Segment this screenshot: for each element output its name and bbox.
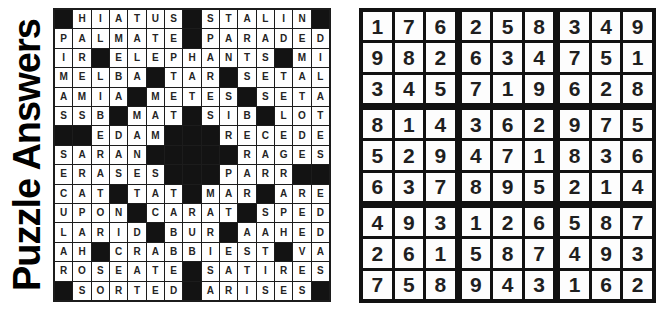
sudoku-cell: 3 — [462, 110, 491, 138]
crossword-letter-cell: R — [238, 146, 255, 164]
crossword-letter-cell: B — [165, 243, 182, 261]
crossword-letter-cell: T — [128, 10, 145, 28]
crossword-letter-cell: I — [202, 243, 219, 261]
crossword-letter-cell: B — [183, 243, 200, 261]
crossword-letter-cell: T — [165, 68, 182, 86]
crossword-block-cell — [165, 126, 182, 144]
sudoku-cell: 5 — [363, 141, 392, 169]
crossword-letter-cell: R — [92, 223, 109, 241]
crossword-letter-cell: R — [73, 49, 90, 67]
crossword-letter-cell: A — [128, 68, 145, 86]
crossword-block-cell — [183, 29, 200, 47]
crossword-letter-cell: S — [312, 146, 329, 164]
crossword-letter-cell: S — [92, 262, 109, 280]
crossword-letter-cell: A — [257, 29, 274, 47]
sudoku-cell: 6 — [592, 271, 621, 299]
crossword-letter-cell: T — [220, 204, 237, 222]
puzzle-answers-page: Puzzle Answers HIATUSSTALINPALMATEPARADE… — [0, 0, 662, 310]
sudoku-cell: 5 — [395, 271, 424, 299]
sudoku-cell: 6 — [525, 208, 554, 236]
crossword-letter-cell: G — [275, 146, 292, 164]
crossword-letter-cell: A — [202, 49, 219, 67]
crossword-letter-cell: A — [110, 88, 127, 106]
crossword-letter-cell: S — [73, 282, 90, 300]
crossword-letter-cell: A — [202, 204, 219, 222]
sudoku-cell: 8 — [525, 12, 554, 40]
crossword-letter-cell: O — [92, 282, 109, 300]
crossword-letter-cell: L — [92, 29, 109, 47]
crossword-letter-cell: N — [293, 10, 310, 28]
sudoku-box: 176982345 — [363, 12, 455, 103]
crossword-letter-cell: D — [165, 282, 182, 300]
crossword-letter-cell: S — [257, 88, 274, 106]
sudoku-cell: 1 — [462, 208, 491, 236]
crossword-letter-cell: S — [73, 107, 90, 125]
sudoku-cell: 3 — [525, 271, 554, 299]
crossword-letter-cell: T — [165, 107, 182, 125]
crossword-block-cell — [257, 107, 274, 125]
crossword-letter-cell: R — [238, 29, 255, 47]
crossword-letter-cell: S — [202, 107, 219, 125]
crossword-letter-cell: A — [55, 243, 72, 261]
crossword-letter-cell: R — [202, 68, 219, 86]
crossword-letter-cell: E — [293, 262, 310, 280]
sudoku-cell: 8 — [623, 75, 652, 103]
crossword-letter-cell: T — [293, 88, 310, 106]
crossword-block-cell — [92, 243, 109, 261]
crossword-letter-cell: U — [147, 10, 164, 28]
sudoku-cell: 3 — [493, 43, 522, 71]
crossword-letter-cell: E — [293, 29, 310, 47]
crossword-letter-cell: H — [183, 49, 200, 67]
sudoku-cell: 1 — [363, 12, 392, 40]
crossword-letter-cell: D — [312, 204, 329, 222]
sudoku-cell: 9 — [462, 271, 491, 299]
sudoku-cell: 4 — [363, 208, 392, 236]
crossword-block-cell — [220, 146, 237, 164]
sudoku-cell: 9 — [623, 12, 652, 40]
crossword-block-cell — [147, 68, 164, 86]
crossword-block-cell — [183, 282, 200, 300]
crossword-letter-cell: B — [238, 107, 255, 125]
sudoku-cell: 7 — [363, 271, 392, 299]
crossword-block-cell — [202, 146, 219, 164]
crossword-block-cell — [183, 107, 200, 125]
crossword-letter-cell: E — [73, 68, 90, 86]
crossword-letter-cell: P — [55, 29, 72, 47]
sudoku-cell: 2 — [462, 12, 491, 40]
crossword-letter-cell: R — [238, 185, 255, 203]
sudoku-cell: 9 — [426, 141, 455, 169]
crossword-letter-cell: U — [55, 204, 72, 222]
sudoku-cell: 7 — [592, 110, 621, 138]
crossword-letter-cell: M — [147, 88, 164, 106]
crossword-letter-cell: R — [220, 282, 237, 300]
sudoku-cell: 4 — [493, 271, 522, 299]
crossword-letter-cell: A — [202, 282, 219, 300]
crossword-letter-cell: S — [55, 146, 72, 164]
crossword-letter-cell: E — [293, 223, 310, 241]
sudoku-cell: 8 — [493, 239, 522, 267]
crossword-block-cell — [165, 165, 182, 183]
crossword-block-cell — [73, 126, 90, 144]
crossword-letter-cell: A — [238, 10, 255, 28]
sudoku-cell: 2 — [395, 141, 424, 169]
sudoku-cell: 2 — [363, 239, 392, 267]
crossword-block-cell — [238, 204, 255, 222]
crossword-letter-cell: P — [73, 204, 90, 222]
crossword-letter-cell: M — [110, 29, 127, 47]
sudoku-cell: 4 — [395, 75, 424, 103]
crossword-letter-cell: R — [128, 243, 145, 261]
crossword-letter-cell: A — [55, 88, 72, 106]
crossword-letter-cell: E — [275, 88, 292, 106]
crossword-letter-cell: I — [312, 49, 329, 67]
sudoku-box: 587493162 — [560, 208, 652, 299]
crossword-letter-cell: V — [293, 243, 310, 261]
crossword-letter-cell: R — [73, 165, 90, 183]
sudoku-cell: 5 — [592, 43, 621, 71]
crossword-letter-cell: E — [147, 282, 164, 300]
sudoku-cell: 6 — [462, 43, 491, 71]
sudoku-cell: 1 — [560, 271, 589, 299]
crossword-block-cell — [55, 282, 72, 300]
crossword-letter-cell: A — [110, 146, 127, 164]
sudoku-cell: 7 — [493, 141, 522, 169]
crossword-block-cell — [202, 126, 219, 144]
crossword-letter-cell: R — [183, 204, 200, 222]
crossword-letter-cell: T — [312, 107, 329, 125]
crossword-block-cell — [147, 146, 164, 164]
page-title: Puzzle Answers — [1, 0, 53, 310]
crossword-block-cell — [92, 49, 109, 67]
crossword-block-cell — [257, 185, 274, 203]
crossword-letter-cell: L — [92, 68, 109, 86]
crossword-block-cell — [165, 146, 182, 164]
sudoku-cell: 6 — [560, 75, 589, 103]
crossword-letter-cell: P — [165, 49, 182, 67]
crossword-letter-cell: T — [128, 185, 145, 203]
crossword-letter-cell: L — [55, 223, 72, 241]
crossword-block-cell — [147, 223, 164, 241]
crossword-letter-cell: R — [55, 262, 72, 280]
crossword-letter-cell: A — [73, 185, 90, 203]
crossword-letter-cell: P — [220, 165, 237, 183]
crossword-letter-cell: T — [147, 29, 164, 47]
sudoku-grid: 1769823452586347193497516288145296373624… — [359, 8, 656, 303]
crossword-letter-cell: A — [220, 29, 237, 47]
crossword-block-cell — [183, 262, 200, 280]
crossword-letter-cell: A — [73, 146, 90, 164]
crossword-letter-cell: S — [220, 88, 237, 106]
crossword-letter-cell: O — [92, 204, 109, 222]
sudoku-cell: 3 — [395, 173, 424, 201]
crossword-letter-cell: R — [293, 185, 310, 203]
crossword-letter-cell: E — [92, 126, 109, 144]
crossword-block-cell — [312, 10, 329, 28]
crossword-letter-cell: L — [312, 68, 329, 86]
crossword-letter-cell: E — [110, 262, 127, 280]
crossword-letter-cell: S — [238, 243, 255, 261]
crossword-letter-cell: E — [312, 126, 329, 144]
sudoku-cell: 7 — [426, 173, 455, 201]
crossword-letter-cell: E — [128, 165, 145, 183]
sudoku-box: 126587943 — [462, 208, 554, 299]
crossword-letter-cell: M — [73, 88, 90, 106]
crossword-letter-cell: T — [92, 185, 109, 203]
sudoku-cell: 5 — [525, 173, 554, 201]
crossword-letter-cell: N — [128, 146, 145, 164]
crossword-letter-cell: A — [257, 146, 274, 164]
crossword-letter-cell: E — [238, 126, 255, 144]
crossword-letter-cell: S — [257, 204, 274, 222]
sudoku-cell: 3 — [426, 208, 455, 236]
crossword-letter-cell: H — [73, 10, 90, 28]
crossword-letter-cell: A — [238, 223, 255, 241]
sudoku-cell: 3 — [623, 239, 652, 267]
crossword-letter-cell: E — [202, 88, 219, 106]
crossword-letter-cell: S — [55, 107, 72, 125]
crossword-letter-cell: A — [73, 29, 90, 47]
crossword-letter-cell: A — [147, 107, 164, 125]
crossword-letter-cell: A — [220, 185, 237, 203]
crossword-letter-cell: R — [202, 223, 219, 241]
sudoku-cell: 1 — [525, 141, 554, 169]
crossword-letter-cell: I — [238, 282, 255, 300]
crossword-letter-cell: M — [128, 107, 145, 125]
crossword-letter-cell: D — [312, 223, 329, 241]
sudoku-box: 814529637 — [363, 110, 455, 201]
sudoku-cell: 5 — [426, 75, 455, 103]
crossword-block-cell — [128, 204, 145, 222]
crossword-letter-cell: D — [275, 29, 292, 47]
sudoku-cell: 1 — [623, 43, 652, 71]
sudoku-cell: 4 — [623, 173, 652, 201]
crossword-letter-cell: I — [220, 107, 237, 125]
crossword-block-cell — [312, 282, 329, 300]
crossword-letter-cell: C — [110, 243, 127, 261]
crossword-letter-cell: A — [147, 243, 164, 261]
sudoku-cell: 9 — [493, 173, 522, 201]
sudoku-cell: 4 — [592, 12, 621, 40]
sudoku-box: 258634719 — [462, 12, 554, 103]
crossword-letter-cell: U — [183, 223, 200, 241]
crossword-block-cell — [128, 88, 145, 106]
crossword-block-cell — [275, 49, 292, 67]
sudoku-cell: 8 — [426, 271, 455, 299]
sudoku-box: 362471895 — [462, 110, 554, 201]
crossword-letter-cell: A — [128, 29, 145, 47]
crossword-letter-cell: R — [275, 262, 292, 280]
crossword-letter-cell: S — [202, 10, 219, 28]
crossword-letter-cell: M — [55, 68, 72, 86]
crossword-letter-cell: S — [257, 282, 274, 300]
crossword-letter-cell: C — [147, 204, 164, 222]
sudoku-cell: 8 — [592, 208, 621, 236]
crossword-letter-cell: T — [220, 10, 237, 28]
crossword-letter-cell: A — [257, 223, 274, 241]
crossword-letter-cell: E — [165, 262, 182, 280]
sudoku-cell: 6 — [363, 173, 392, 201]
sudoku-box: 349751628 — [560, 12, 652, 103]
crossword-grid: HIATUSSTALINPALMATEPARADEDIRELEPHANTSMIM… — [53, 8, 331, 302]
crossword-block-cell — [110, 107, 127, 125]
crossword-letter-cell: T — [257, 243, 274, 261]
crossword-letter-cell: R — [257, 165, 274, 183]
crossword-letter-cell: H — [275, 223, 292, 241]
crossword-letter-cell: R — [220, 126, 237, 144]
crossword-letter-cell: L — [275, 107, 292, 125]
crossword-block-cell — [238, 88, 255, 106]
crossword-letter-cell: A — [312, 88, 329, 106]
crossword-letter-cell: T — [128, 282, 145, 300]
sudoku-cell: 4 — [560, 239, 589, 267]
crossword-letter-cell: T — [275, 68, 292, 86]
crossword-letter-cell: R — [275, 165, 292, 183]
crossword-letter-cell: C — [257, 126, 274, 144]
crossword-block-cell — [183, 185, 200, 203]
sudoku-cell: 6 — [426, 12, 455, 40]
crossword-letter-cell: E — [147, 49, 164, 67]
crossword-letter-cell: A — [165, 204, 182, 222]
sudoku-cell: 7 — [462, 75, 491, 103]
crossword-block-cell — [110, 185, 127, 203]
sudoku-cell: 8 — [363, 110, 392, 138]
crossword-letter-cell: I — [275, 10, 292, 28]
sudoku-box: 493261758 — [363, 208, 455, 299]
crossword-letter-cell: A — [183, 68, 200, 86]
sudoku-cell: 1 — [592, 173, 621, 201]
crossword-letter-cell: I — [92, 88, 109, 106]
sudoku-cell: 2 — [623, 271, 652, 299]
crossword-letter-cell: H — [73, 243, 90, 261]
crossword-letter-cell: T — [238, 49, 255, 67]
crossword-letter-cell: S — [238, 68, 255, 86]
crossword-block-cell — [55, 126, 72, 144]
crossword-letter-cell: S — [147, 165, 164, 183]
crossword-letter-cell: B — [110, 68, 127, 86]
crossword-letter-cell: I — [110, 223, 127, 241]
crossword-letter-cell: A — [147, 185, 164, 203]
crossword-block-cell — [183, 165, 200, 183]
crossword-block-cell — [312, 165, 329, 183]
crossword-letter-cell: S — [165, 10, 182, 28]
crossword-letter-cell: N — [110, 204, 127, 222]
crossword-letter-cell: A — [92, 165, 109, 183]
sudoku-cell: 7 — [560, 43, 589, 71]
crossword-letter-cell: E — [220, 243, 237, 261]
crossword-letter-cell: A — [128, 126, 145, 144]
sudoku-cell: 5 — [462, 239, 491, 267]
crossword-letter-cell: C — [55, 185, 72, 203]
crossword-letter-cell: O — [293, 107, 310, 125]
crossword-block-cell — [202, 165, 219, 183]
sudoku-cell: 3 — [363, 75, 392, 103]
sudoku-cell: 6 — [493, 110, 522, 138]
crossword-letter-cell: T — [147, 262, 164, 280]
crossword-letter-cell: R — [110, 282, 127, 300]
crossword-letter-cell: A — [293, 68, 310, 86]
crossword-letter-cell: O — [73, 262, 90, 280]
sudoku-cell: 4 — [426, 110, 455, 138]
sudoku-cell: 1 — [426, 239, 455, 267]
crossword-block-cell — [183, 10, 200, 28]
crossword-block-cell — [293, 165, 310, 183]
crossword-block-cell — [183, 146, 200, 164]
crossword-letter-cell: N — [220, 49, 237, 67]
crossword-letter-cell: T — [165, 185, 182, 203]
crossword-letter-cell: R — [92, 146, 109, 164]
crossword-letter-cell: A — [73, 223, 90, 241]
crossword-letter-cell: E — [293, 146, 310, 164]
crossword-letter-cell: E — [110, 49, 127, 67]
crossword-letter-cell: A — [312, 243, 329, 261]
crossword-letter-cell: I — [55, 49, 72, 67]
crossword-block-cell — [220, 223, 237, 241]
crossword-letter-cell: S — [293, 282, 310, 300]
crossword-letter-cell: E — [293, 204, 310, 222]
crossword-letter-cell: M — [293, 49, 310, 67]
crossword-letter-cell: E — [165, 88, 182, 106]
crossword-letter-cell: I — [257, 262, 274, 280]
crossword-block-cell — [275, 243, 292, 261]
sudoku-cell: 9 — [395, 208, 424, 236]
sudoku-box: 975836214 — [560, 110, 652, 201]
sudoku-cell: 7 — [525, 239, 554, 267]
crossword-letter-cell: A — [238, 165, 255, 183]
sudoku-cell: 9 — [525, 75, 554, 103]
sudoku-cell: 5 — [493, 12, 522, 40]
crossword-letter-cell: E — [165, 29, 182, 47]
crossword-letter-cell: E — [257, 68, 274, 86]
sudoku-cell: 2 — [560, 173, 589, 201]
crossword-letter-cell: A — [128, 262, 145, 280]
sudoku-cell: 2 — [592, 75, 621, 103]
crossword-block-cell — [220, 68, 237, 86]
crossword-letter-cell: P — [275, 204, 292, 222]
sudoku-cell: 2 — [525, 110, 554, 138]
crossword-letter-cell: B — [92, 107, 109, 125]
crossword-letter-cell: D — [128, 223, 145, 241]
sudoku-cell: 5 — [560, 208, 589, 236]
crossword-letter-cell: D — [110, 126, 127, 144]
crossword-letter-cell: E — [312, 185, 329, 203]
sudoku-cell: 7 — [623, 208, 652, 236]
crossword-letter-cell: D — [293, 126, 310, 144]
crossword-letter-cell: M — [202, 185, 219, 203]
crossword-letter-cell: E — [55, 165, 72, 183]
sudoku-cell: 2 — [426, 43, 455, 71]
sudoku-cell: 1 — [395, 110, 424, 138]
sudoku-cell: 6 — [623, 141, 652, 169]
crossword-letter-cell: E — [275, 126, 292, 144]
crossword-letter-cell: S — [312, 262, 329, 280]
crossword-letter-cell: T — [183, 88, 200, 106]
sudoku-cell: 3 — [560, 12, 589, 40]
crossword-letter-cell: S — [110, 165, 127, 183]
crossword-letter-cell: P — [202, 29, 219, 47]
crossword-letter-cell: A — [275, 185, 292, 203]
crossword-letter-cell: I — [92, 10, 109, 28]
sudoku-cell: 8 — [395, 43, 424, 71]
sudoku-cell: 4 — [462, 141, 491, 169]
sudoku-cell: 5 — [623, 110, 652, 138]
sudoku-cell: 9 — [592, 239, 621, 267]
sudoku-cell: 7 — [395, 12, 424, 40]
sudoku-cell: 4 — [525, 43, 554, 71]
sudoku-cell: 9 — [560, 110, 589, 138]
crossword-letter-cell: S — [202, 262, 219, 280]
